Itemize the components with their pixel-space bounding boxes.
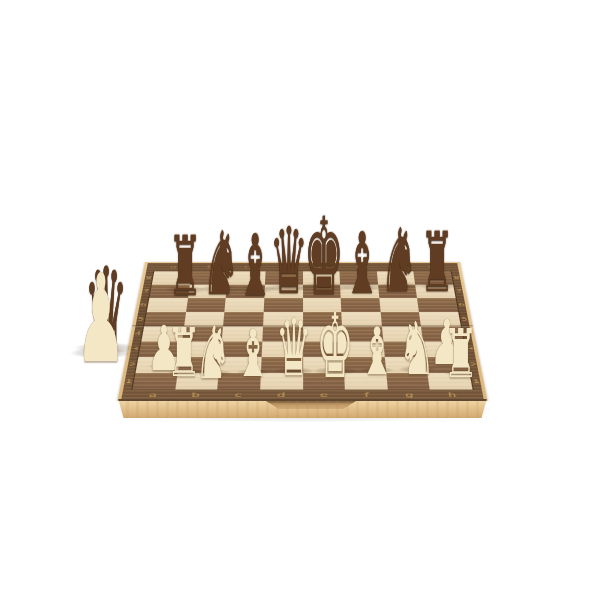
piece-light-bishop-c2[interactable]: ♝ <box>235 321 272 386</box>
piece-light-knight-b2[interactable]: ♞ <box>194 316 231 389</box>
piece-dark-queen-d8[interactable]: ♛ <box>270 216 309 308</box>
piece-dark-knight-b8[interactable]: ♞ <box>202 220 240 308</box>
piece-dark-rook-a8[interactable]: ♜ <box>168 225 201 308</box>
piece-dark-knight-g8[interactable]: ♞ <box>380 217 418 305</box>
product-photo-stage: abcdefgh abcdefgh 87654321 87654321 ♜♞♝♛… <box>0 0 600 600</box>
piece-light-rook-h2[interactable]: ♜ <box>444 321 479 388</box>
pieces-layer: ♜♞♝♛♚♝♞♜♟♜♞♝♛♚♝♞♟♜♛♟ <box>0 0 600 600</box>
piece-dark-rook-h8[interactable]: ♜ <box>420 221 453 304</box>
piece-light-pawn-off-board[interactable]: ♟ <box>76 258 126 380</box>
piece-light-bishop-f2[interactable]: ♝ <box>359 319 396 384</box>
piece-light-queen-d2[interactable]: ♛ <box>276 309 313 388</box>
piece-dark-bishop-c8[interactable]: ♝ <box>236 223 274 308</box>
piece-light-king-e2[interactable]: ♚ <box>316 302 354 391</box>
